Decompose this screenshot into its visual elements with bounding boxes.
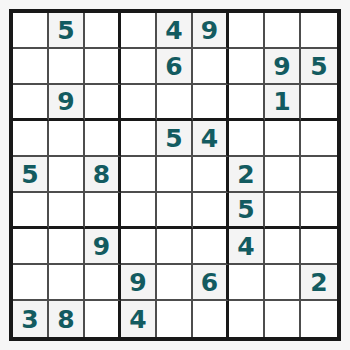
cell-r7c5[interactable]: [157, 229, 193, 265]
cell-r2c3[interactable]: [85, 49, 121, 85]
cell-r6c1[interactable]: [13, 193, 49, 229]
cell-r2c1[interactable]: [13, 49, 49, 85]
cell-r7c3[interactable]: 9: [85, 229, 121, 265]
cell-r2c6[interactable]: [193, 49, 229, 85]
cell-r3c9[interactable]: [301, 85, 337, 121]
cell-r5c6[interactable]: [193, 157, 229, 193]
cell-r5c9[interactable]: [301, 157, 337, 193]
cell-r6c2[interactable]: [49, 193, 85, 229]
cell-r6c4[interactable]: [121, 193, 157, 229]
cell-r6c3[interactable]: [85, 193, 121, 229]
cell-r5c4[interactable]: [121, 157, 157, 193]
cell-r7c2[interactable]: [49, 229, 85, 265]
cell-r1c3[interactable]: [85, 13, 121, 49]
cell-r7c1[interactable]: [13, 229, 49, 265]
cell-r6c7[interactable]: 5: [229, 193, 265, 229]
cell-r3c3[interactable]: [85, 85, 121, 121]
cell-r8c4[interactable]: 9: [121, 265, 157, 301]
cell-r7c7[interactable]: 4: [229, 229, 265, 265]
cell-r8c3[interactable]: [85, 265, 121, 301]
cell-r1c6[interactable]: 9: [193, 13, 229, 49]
cell-r1c9[interactable]: [301, 13, 337, 49]
cell-r9c5[interactable]: [157, 301, 193, 337]
cell-r4c7[interactable]: [229, 121, 265, 157]
cell-r3c1[interactable]: [13, 85, 49, 121]
cell-r3c7[interactable]: [229, 85, 265, 121]
cell-r9c9[interactable]: [301, 301, 337, 337]
cell-r5c2[interactable]: [49, 157, 85, 193]
cell-r6c8[interactable]: [265, 193, 301, 229]
cell-r8c6[interactable]: 6: [193, 265, 229, 301]
cell-r3c2[interactable]: 9: [49, 85, 85, 121]
cell-r5c5[interactable]: [157, 157, 193, 193]
cell-r7c6[interactable]: [193, 229, 229, 265]
cell-r1c7[interactable]: [229, 13, 265, 49]
cell-r4c1[interactable]: [13, 121, 49, 157]
sudoku-board: 5496959154582594962384: [9, 9, 341, 341]
cell-r3c4[interactable]: [121, 85, 157, 121]
cell-r5c1[interactable]: 5: [13, 157, 49, 193]
cell-r7c8[interactable]: [265, 229, 301, 265]
cell-r4c2[interactable]: [49, 121, 85, 157]
cell-r8c2[interactable]: [49, 265, 85, 301]
cell-r3c6[interactable]: [193, 85, 229, 121]
cell-r5c8[interactable]: [265, 157, 301, 193]
cell-r4c9[interactable]: [301, 121, 337, 157]
cell-r9c1[interactable]: 3: [13, 301, 49, 337]
cell-r5c7[interactable]: 2: [229, 157, 265, 193]
cell-r4c4[interactable]: [121, 121, 157, 157]
cell-r8c1[interactable]: [13, 265, 49, 301]
cell-r2c7[interactable]: [229, 49, 265, 85]
cell-r4c8[interactable]: [265, 121, 301, 157]
cell-r7c4[interactable]: [121, 229, 157, 265]
cell-r9c2[interactable]: 8: [49, 301, 85, 337]
cell-r2c2[interactable]: [49, 49, 85, 85]
cell-r1c8[interactable]: [265, 13, 301, 49]
cell-r1c5[interactable]: 4: [157, 13, 193, 49]
cell-r9c6[interactable]: [193, 301, 229, 337]
cell-r8c9[interactable]: 2: [301, 265, 337, 301]
cell-r1c2[interactable]: 5: [49, 13, 85, 49]
cell-r4c5[interactable]: 5: [157, 121, 193, 157]
cell-r9c7[interactable]: [229, 301, 265, 337]
cell-r2c5[interactable]: 6: [157, 49, 193, 85]
cell-r2c9[interactable]: 5: [301, 49, 337, 85]
cell-r8c5[interactable]: [157, 265, 193, 301]
cell-r6c5[interactable]: [157, 193, 193, 229]
cell-r4c6[interactable]: 4: [193, 121, 229, 157]
cell-r9c4[interactable]: 4: [121, 301, 157, 337]
cell-r1c1[interactable]: [13, 13, 49, 49]
cell-r3c5[interactable]: [157, 85, 193, 121]
cell-r4c3[interactable]: [85, 121, 121, 157]
cell-r8c8[interactable]: [265, 265, 301, 301]
cell-r1c4[interactable]: [121, 13, 157, 49]
cell-r5c3[interactable]: 8: [85, 157, 121, 193]
cell-r9c3[interactable]: [85, 301, 121, 337]
cell-r2c4[interactable]: [121, 49, 157, 85]
cell-r8c7[interactable]: [229, 265, 265, 301]
cell-r2c8[interactable]: 9: [265, 49, 301, 85]
cell-r9c8[interactable]: [265, 301, 301, 337]
cell-r6c6[interactable]: [193, 193, 229, 229]
cell-r3c8[interactable]: 1: [265, 85, 301, 121]
cell-r6c9[interactable]: [301, 193, 337, 229]
cell-r7c9[interactable]: [301, 229, 337, 265]
